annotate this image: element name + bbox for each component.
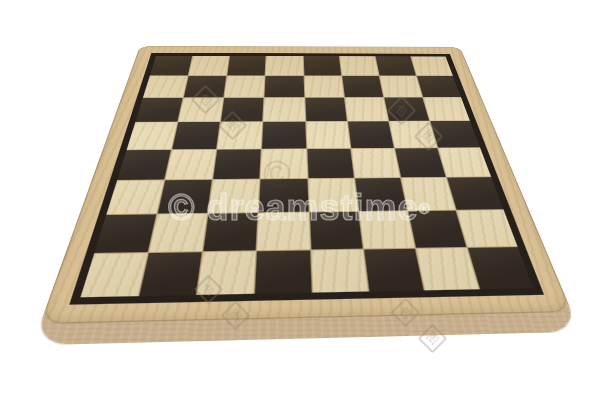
photo-background: © dreamstime® 包 图 包 图 包 图 包 图 ©: [0, 0, 610, 405]
square: [266, 56, 303, 75]
square: [255, 250, 311, 293]
board-wood-border: [40, 46, 572, 324]
square: [127, 122, 177, 149]
square: [351, 148, 400, 177]
square: [305, 98, 347, 122]
square: [355, 178, 407, 211]
square: [189, 56, 229, 76]
square: [389, 121, 437, 147]
square: [184, 76, 227, 97]
square: [307, 148, 354, 177]
square: [359, 211, 415, 248]
chessboard: [32, 46, 580, 345]
square: [339, 56, 378, 75]
square: [150, 56, 192, 76]
square: [166, 149, 217, 179]
square: [225, 76, 265, 97]
square: [438, 148, 491, 177]
square: [117, 150, 171, 180]
square: [311, 249, 368, 292]
square: [172, 122, 220, 149]
square: [143, 76, 188, 98]
square: [364, 249, 424, 292]
square: [447, 177, 503, 210]
square: [198, 251, 256, 295]
square: [457, 210, 518, 247]
square: [395, 148, 446, 177]
square: [342, 76, 383, 97]
square: [221, 98, 264, 122]
square: [308, 178, 358, 211]
square: [228, 56, 266, 75]
square: [430, 121, 480, 147]
square: [375, 56, 415, 75]
square: [384, 98, 429, 121]
square: [401, 177, 455, 210]
square: [94, 214, 156, 253]
square: [304, 76, 344, 97]
square: [303, 56, 341, 75]
square: [348, 122, 394, 148]
square: [158, 180, 212, 214]
square: [135, 98, 182, 122]
square: [218, 122, 263, 148]
square: [257, 212, 309, 250]
square: [259, 179, 308, 212]
square: [345, 98, 388, 121]
square: [264, 98, 305, 122]
square: [107, 180, 165, 214]
square: [417, 76, 461, 97]
square: [209, 179, 260, 213]
square: [139, 252, 202, 296]
square: [468, 247, 534, 289]
square: [213, 149, 261, 179]
board-grid: [80, 56, 533, 297]
square: [80, 253, 147, 297]
square: [262, 122, 305, 148]
square: [423, 98, 470, 121]
square: [411, 56, 453, 75]
square: [309, 212, 362, 250]
playing-area-frame: [69, 53, 544, 305]
square: [204, 213, 258, 251]
square: [261, 149, 307, 179]
square: [178, 98, 223, 122]
square: [265, 76, 304, 97]
square: [306, 122, 350, 148]
square: [149, 214, 207, 252]
square: [380, 76, 423, 97]
